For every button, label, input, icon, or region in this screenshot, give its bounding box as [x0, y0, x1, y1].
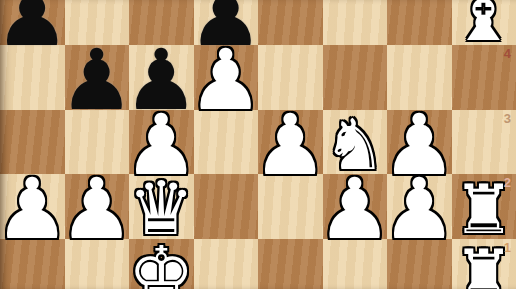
- rank-label-1: 1: [504, 241, 511, 254]
- white-pawn-icon[interactable]: ♟: [382, 167, 457, 251]
- square-b2[interactable]: ♟: [65, 174, 130, 239]
- square-d1[interactable]: [194, 239, 259, 289]
- square-f2[interactable]: ♟: [323, 174, 388, 239]
- square-b4[interactable]: ♟: [65, 45, 130, 110]
- square-d4[interactable]: ♟: [194, 45, 259, 110]
- square-h5[interactable]: ♝: [452, 0, 516, 45]
- square-e3[interactable]: ♟: [258, 110, 323, 175]
- white-bishop-icon[interactable]: ♝: [452, 0, 515, 51]
- white-king-icon[interactable]: ♚: [128, 237, 194, 289]
- square-g2[interactable]: ♟: [387, 174, 452, 239]
- square-f4[interactable]: [323, 45, 388, 110]
- square-f5[interactable]: [323, 0, 388, 45]
- square-h2[interactable]: ♜2: [452, 174, 516, 239]
- square-e5[interactable]: [258, 0, 323, 45]
- square-e1[interactable]: [258, 239, 323, 289]
- chessboard-viewport: ♟♟♝♟♟♟4♟♟♞♟3♟♟♛♟♟♜2♚♜1: [0, 0, 516, 289]
- chessboard: ♟♟♝♟♟♟4♟♟♞♟3♟♟♛♟♟♜2♚♜1: [0, 0, 516, 289]
- square-a5[interactable]: ♟: [0, 0, 65, 45]
- square-h3[interactable]: 3: [452, 110, 516, 175]
- square-c1[interactable]: ♚: [129, 239, 194, 289]
- square-a2[interactable]: ♟: [0, 174, 65, 239]
- white-pawn-icon[interactable]: ♟: [59, 167, 134, 251]
- square-h1[interactable]: ♜1: [452, 239, 516, 289]
- square-c3[interactable]: ♟: [129, 110, 194, 175]
- rank-label-2: 2: [504, 176, 511, 189]
- rank-label-3: 3: [504, 112, 511, 125]
- square-g5[interactable]: [387, 0, 452, 45]
- square-d2[interactable]: [194, 174, 259, 239]
- rank-label-4: 4: [504, 47, 511, 60]
- square-c2[interactable]: ♛: [129, 174, 194, 239]
